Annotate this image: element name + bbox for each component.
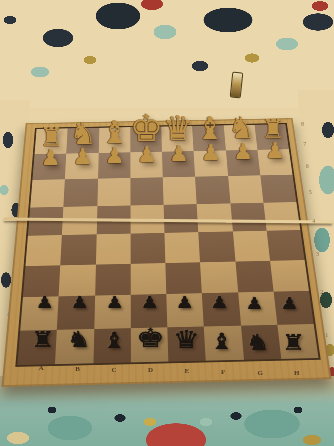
- piece-white-pawn-g7[interactable]: ♟: [232, 141, 254, 163]
- piece-black-pawn-e2[interactable]: ♟: [175, 294, 195, 310]
- piece-white-pawn-b7[interactable]: ♟: [72, 146, 94, 168]
- piece-white-pawn-e7[interactable]: ♟: [168, 143, 190, 165]
- piece-black-knight-g1[interactable]: ♞: [244, 331, 271, 353]
- piece-black-pawn-f2[interactable]: ♟: [210, 294, 230, 310]
- piece-black-pawn-h2[interactable]: ♟: [279, 294, 299, 310]
- file-label-f: F: [221, 368, 225, 376]
- rank-label-5: 5: [309, 189, 312, 195]
- file-label-c: C: [112, 366, 117, 374]
- rank-label-4: 4: [312, 218, 315, 224]
- piece-black-pawn-a2[interactable]: ♟: [35, 293, 55, 309]
- rank-label-8: 8: [301, 121, 304, 127]
- piece-black-queen-e1[interactable]: ♛: [171, 327, 201, 352]
- piece-white-pawn-d7[interactable]: ♟: [136, 144, 158, 166]
- rank-label-1: 1: [325, 332, 328, 338]
- piece-black-pawn-g2[interactable]: ♟: [245, 294, 265, 310]
- piece-black-pawn-d2[interactable]: ♟: [140, 294, 160, 310]
- piece-black-king-d1[interactable]: ♚: [134, 325, 166, 351]
- piece-black-pawn-c2[interactable]: ♟: [105, 294, 125, 310]
- rank-label-7: 7: [303, 141, 306, 147]
- piece-black-pawn-b2[interactable]: ♟: [70, 294, 90, 310]
- piece-layer: ♜♞♝♚♛♝♞♜♟♟♟♟♟♟♟♟♟♟♟♟♟♟♟♟♜♞♝♚♛♝♞♜ABCDEFGH…: [0, 0, 334, 446]
- piece-white-pawn-h7[interactable]: ♟: [264, 140, 286, 162]
- piece-black-rook-h1[interactable]: ♜: [281, 332, 307, 353]
- piece-white-pawn-c7[interactable]: ♟: [104, 145, 126, 167]
- photo-chessboard-on-carpet: { "game": "chess", "position": { "fen": …: [0, 0, 334, 446]
- file-label-e: E: [185, 367, 190, 375]
- file-label-a: A: [39, 364, 44, 372]
- rank-label-2: 2: [320, 289, 323, 295]
- file-label-b: B: [75, 365, 80, 373]
- piece-black-rook-a1[interactable]: ♜: [30, 329, 56, 350]
- file-label-g: G: [258, 369, 263, 377]
- piece-white-pawn-a7[interactable]: ♟: [40, 147, 62, 169]
- file-label-h: H: [294, 369, 299, 377]
- piece-white-pawn-f7[interactable]: ♟: [200, 142, 222, 164]
- piece-black-bishop-c1[interactable]: ♝: [101, 329, 128, 351]
- rank-label-3: 3: [316, 251, 319, 257]
- piece-white-king-d8[interactable]: ♚: [128, 110, 165, 147]
- file-label-d: D: [148, 366, 153, 374]
- rank-label-6: 6: [306, 163, 309, 169]
- piece-black-knight-b1[interactable]: ♞: [65, 328, 92, 350]
- piece-black-bishop-f1[interactable]: ♝: [209, 330, 236, 352]
